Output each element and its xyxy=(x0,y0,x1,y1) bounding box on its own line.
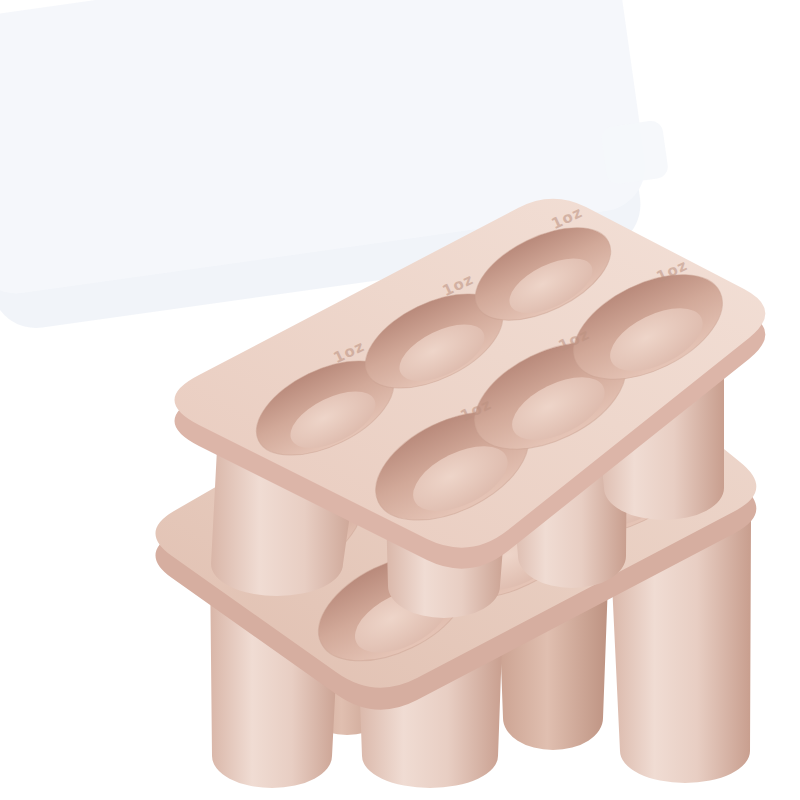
scene-svg: 1oz xyxy=(0,0,800,800)
lid-tab xyxy=(600,119,669,185)
product-photo: 1oz xyxy=(0,0,800,800)
